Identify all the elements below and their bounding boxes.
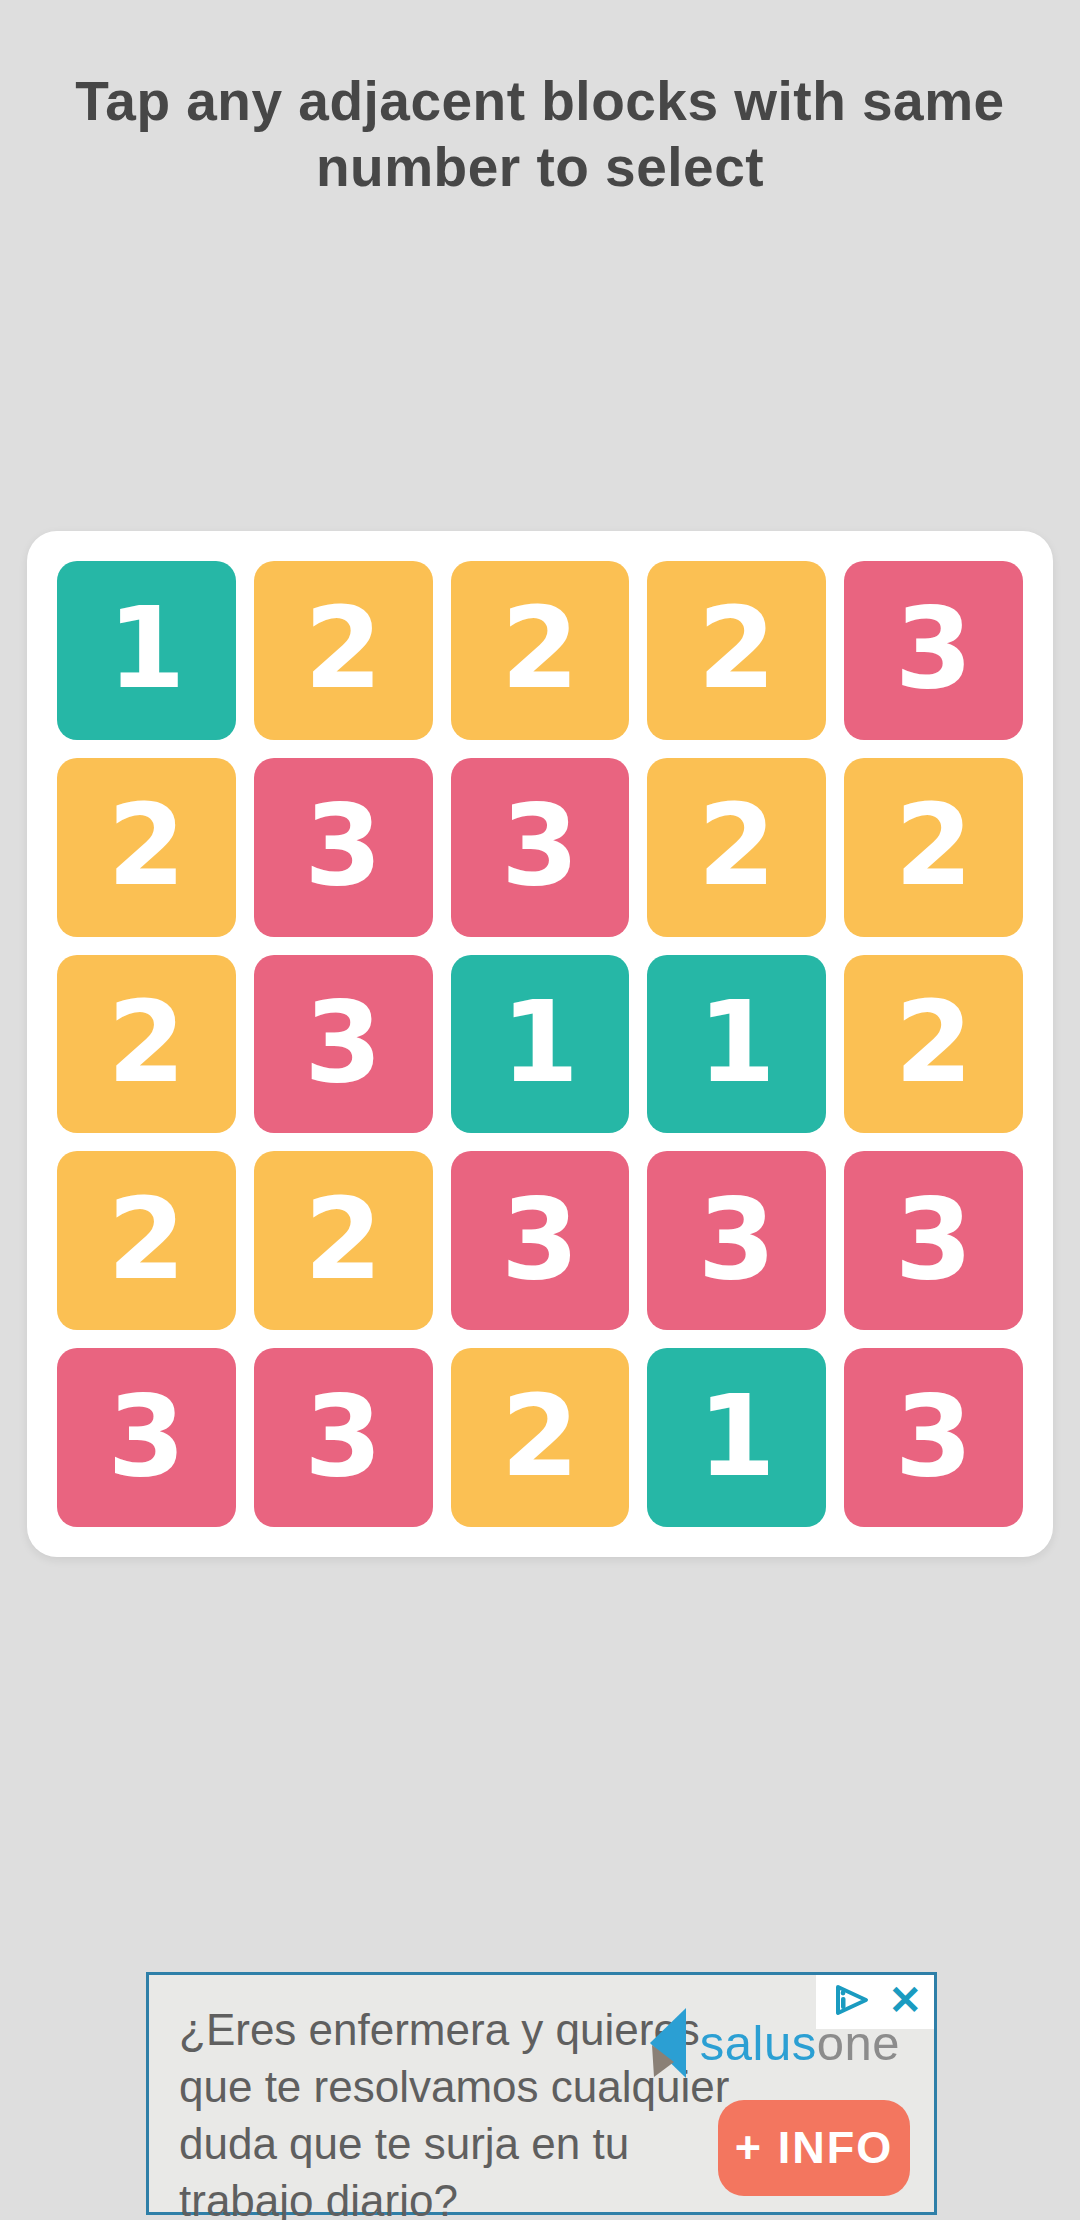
board-cell[interactable]: 2 <box>451 561 630 740</box>
ad-text-line: trabajo diario? <box>179 2172 729 2220</box>
board-cell[interactable]: 3 <box>647 1151 826 1330</box>
instruction-text: Tap any adjacent blocks with same number… <box>60 68 1020 200</box>
board-cell[interactable]: 2 <box>844 758 1023 937</box>
board-cell[interactable]: 3 <box>254 955 433 1134</box>
board-cell[interactable]: 1 <box>647 1348 826 1527</box>
adchoices-icon[interactable] <box>830 1982 872 2018</box>
board-cell[interactable]: 3 <box>57 1348 236 1527</box>
board-cell[interactable]: 3 <box>451 758 630 937</box>
board-cell[interactable]: 2 <box>451 1348 630 1527</box>
board-cell[interactable]: 2 <box>57 955 236 1134</box>
board-cell[interactable]: 2 <box>647 561 826 740</box>
board-cell[interactable]: 3 <box>254 758 433 937</box>
board-cell[interactable]: 2 <box>844 955 1023 1134</box>
board-cell[interactable]: 1 <box>57 561 236 740</box>
salusone-logo-icon <box>644 2005 690 2081</box>
board-cell[interactable]: 2 <box>254 1151 433 1330</box>
board-cell[interactable]: 2 <box>57 758 236 937</box>
ad-banner[interactable]: ¿Eres enfermera y quieresque te resolvam… <box>146 1972 937 2215</box>
board-cell[interactable]: 2 <box>254 561 433 740</box>
board-cell[interactable]: 3 <box>254 1348 433 1527</box>
board-cell[interactable]: 3 <box>844 561 1023 740</box>
ad-text-line: duda que te surja en tu <box>179 2115 729 2172</box>
board-cell[interactable]: 3 <box>451 1151 630 1330</box>
board-cell[interactable]: 1 <box>647 955 826 1134</box>
ad-controls: ✕ <box>816 1975 934 2029</box>
ad-info-button[interactable]: + INFO <box>718 2100 910 2196</box>
board-cell[interactable]: 1 <box>451 955 630 1134</box>
board-cell[interactable]: 2 <box>647 758 826 937</box>
board-cell[interactable]: 2 <box>57 1151 236 1330</box>
ad-close-icon[interactable]: ✕ <box>888 1980 922 2020</box>
board-cell[interactable]: 3 <box>844 1348 1023 1527</box>
board-cell[interactable]: 3 <box>844 1151 1023 1330</box>
game-board: 1222323322231122233333213 <box>27 531 1053 1557</box>
brand-salus: salus <box>700 2016 817 2070</box>
board-grid: 1222323322231122233333213 <box>57 561 1023 1527</box>
